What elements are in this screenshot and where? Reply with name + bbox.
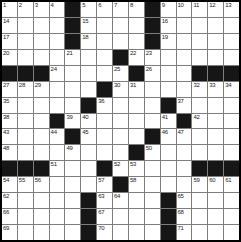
black-cell-r7c6 bbox=[81, 98, 96, 113]
clue-number-10: 10 bbox=[178, 2, 184, 9]
white-cell-r15c5[interactable] bbox=[65, 225, 80, 240]
clue-number-23: 23 bbox=[146, 50, 152, 57]
white-cell-r2c2[interactable] bbox=[18, 18, 33, 33]
white-cell-r5c11[interactable] bbox=[161, 66, 176, 81]
clue-number-67: 67 bbox=[98, 209, 104, 216]
black-cell-r7c11 bbox=[161, 98, 176, 113]
clue-number-30: 30 bbox=[114, 82, 120, 89]
white-cell-r15c13[interactable] bbox=[192, 225, 207, 240]
white-cell-r2c1[interactable]: 14 bbox=[2, 18, 17, 33]
white-cell-r11c9[interactable]: 53 bbox=[129, 161, 144, 176]
white-cell-r12c14[interactable]: 60 bbox=[208, 177, 223, 192]
white-cell-r1c1[interactable]: 1 bbox=[2, 2, 17, 17]
white-cell-r14c10[interactable] bbox=[145, 209, 160, 224]
white-cell-r6c4[interactable] bbox=[50, 82, 65, 97]
white-cell-r12c13[interactable]: 59 bbox=[192, 177, 207, 192]
clue-number-22: 22 bbox=[130, 50, 136, 57]
white-cell-r8c11[interactable]: 41 bbox=[161, 114, 176, 129]
clue-number-47: 47 bbox=[178, 129, 184, 136]
white-cell-r3c14[interactable] bbox=[208, 34, 223, 49]
clue-number-33: 33 bbox=[209, 82, 215, 89]
clue-number-46: 46 bbox=[162, 129, 168, 136]
white-cell-r11c6[interactable] bbox=[81, 161, 96, 176]
white-cell-r5c4[interactable]: 24 bbox=[50, 66, 65, 81]
clue-number-50: 50 bbox=[146, 145, 152, 152]
white-cell-r13c1[interactable]: 62 bbox=[2, 193, 17, 208]
white-cell-r10c8[interactable] bbox=[113, 145, 128, 160]
white-cell-r13c3[interactable] bbox=[34, 193, 49, 208]
white-cell-r7c2[interactable] bbox=[18, 98, 33, 113]
clue-number-54: 54 bbox=[3, 177, 9, 184]
white-cell-r8c9[interactable] bbox=[129, 114, 144, 129]
white-cell-r13c5[interactable] bbox=[65, 193, 80, 208]
white-cell-r13c15[interactable] bbox=[224, 193, 239, 208]
black-cell-r14c6 bbox=[81, 209, 96, 224]
white-cell-r1c2[interactable]: 2 bbox=[18, 2, 33, 17]
white-cell-r7c14[interactable] bbox=[208, 98, 223, 113]
white-cell-r8c14[interactable] bbox=[208, 114, 223, 129]
white-cell-r6c2[interactable]: 28 bbox=[18, 82, 33, 97]
white-cell-r8c5[interactable]: 39 bbox=[65, 114, 80, 129]
clue-number-28: 28 bbox=[19, 82, 25, 89]
black-cell-r1c5 bbox=[65, 2, 80, 17]
white-cell-r13c13[interactable] bbox=[192, 193, 207, 208]
white-cell-r8c13[interactable]: 42 bbox=[192, 114, 207, 129]
white-cell-r12c4[interactable] bbox=[50, 177, 65, 192]
clue-number-44: 44 bbox=[51, 129, 57, 136]
white-cell-r14c12[interactable]: 68 bbox=[177, 209, 192, 224]
clue-number-29: 29 bbox=[35, 82, 41, 89]
clue-number-20: 20 bbox=[3, 50, 9, 57]
clue-number-69: 69 bbox=[3, 225, 9, 232]
white-cell-r4c7[interactable] bbox=[97, 50, 112, 65]
black-cell-r11c7 bbox=[97, 161, 112, 176]
white-cell-r4c15[interactable] bbox=[224, 50, 239, 65]
white-cell-r7c15[interactable] bbox=[224, 98, 239, 113]
black-cell-r3c10 bbox=[145, 34, 160, 49]
white-cell-r9c13[interactable] bbox=[192, 129, 207, 144]
white-cell-r4c1[interactable]: 20 bbox=[2, 50, 17, 65]
white-cell-r7c7[interactable]: 36 bbox=[97, 98, 112, 113]
clue-number-70: 70 bbox=[98, 225, 104, 232]
white-cell-r2c4[interactable] bbox=[50, 18, 65, 33]
clue-number-39: 39 bbox=[66, 114, 72, 121]
white-cell-r3c1[interactable]: 17 bbox=[2, 34, 17, 49]
white-cell-r10c15[interactable] bbox=[224, 145, 239, 160]
white-cell-r7c13[interactable] bbox=[192, 98, 207, 113]
white-cell-r9c6[interactable]: 45 bbox=[81, 129, 96, 144]
white-cell-r3c11[interactable]: 19 bbox=[161, 34, 176, 49]
white-cell-r4c14[interactable] bbox=[208, 50, 223, 65]
white-cell-r4c11[interactable] bbox=[161, 50, 176, 65]
white-cell-r1c6[interactable]: 5 bbox=[81, 2, 96, 17]
white-cell-r4c10[interactable]: 23 bbox=[145, 50, 160, 65]
white-cell-r10c14[interactable] bbox=[208, 145, 223, 160]
white-cell-r12c9[interactable]: 58 bbox=[129, 177, 144, 192]
black-cell-r13c6 bbox=[81, 193, 96, 208]
black-cell-r2c10 bbox=[145, 18, 160, 33]
black-cell-r5c13 bbox=[192, 66, 207, 81]
white-cell-r14c9[interactable] bbox=[129, 209, 144, 224]
white-cell-r9c14[interactable] bbox=[208, 129, 223, 144]
black-cell-r6c7 bbox=[97, 82, 112, 97]
clue-number-24: 24 bbox=[51, 66, 57, 73]
clue-number-55: 55 bbox=[19, 177, 25, 184]
black-cell-r8c4 bbox=[50, 114, 65, 129]
black-cell-r5c14 bbox=[208, 66, 223, 81]
white-cell-r10c10[interactable]: 50 bbox=[145, 145, 160, 160]
clue-number-71: 71 bbox=[178, 225, 184, 232]
white-cell-r7c12[interactable]: 37 bbox=[177, 98, 192, 113]
white-cell-r13c8[interactable]: 64 bbox=[113, 193, 128, 208]
white-cell-r13c14[interactable] bbox=[208, 193, 223, 208]
white-cell-r2c12[interactable] bbox=[177, 18, 192, 33]
white-cell-r14c7[interactable]: 67 bbox=[97, 209, 112, 224]
white-cell-r11c5[interactable] bbox=[65, 161, 80, 176]
black-cell-r11c2 bbox=[18, 161, 33, 176]
clue-number-4: 4 bbox=[51, 2, 54, 9]
white-cell-r3c6[interactable]: 18 bbox=[81, 34, 96, 49]
white-cell-r5c12[interactable] bbox=[177, 66, 192, 81]
white-cell-r6c3[interactable]: 29 bbox=[34, 82, 49, 97]
white-cell-r11c8[interactable]: 52 bbox=[113, 161, 128, 176]
white-cell-r13c10[interactable] bbox=[145, 193, 160, 208]
clue-number-58: 58 bbox=[130, 177, 136, 184]
clue-number-43: 43 bbox=[3, 129, 9, 136]
white-cell-r5c7[interactable] bbox=[97, 66, 112, 81]
white-cell-r2c7[interactable] bbox=[97, 18, 112, 33]
black-cell-r8c12 bbox=[177, 114, 192, 129]
white-cell-r9c12[interactable]: 47 bbox=[177, 129, 192, 144]
white-cell-r9c11[interactable]: 46 bbox=[161, 129, 176, 144]
white-cell-r6c15[interactable]: 34 bbox=[224, 82, 239, 97]
clue-number-37: 37 bbox=[178, 98, 184, 105]
black-cell-r11c14 bbox=[208, 161, 223, 176]
white-cell-r10c5[interactable]: 49 bbox=[65, 145, 80, 160]
black-cell-r2c5 bbox=[65, 18, 80, 33]
white-cell-r14c14[interactable] bbox=[208, 209, 223, 224]
white-cell-r9c2[interactable] bbox=[18, 129, 33, 144]
white-cell-r13c12[interactable]: 65 bbox=[177, 193, 192, 208]
white-cell-r8c8[interactable] bbox=[113, 114, 128, 129]
clue-number-27: 27 bbox=[3, 82, 9, 89]
white-cell-r11c10[interactable] bbox=[145, 161, 160, 176]
white-cell-r2c11[interactable]: 16 bbox=[161, 18, 176, 33]
black-cell-r11c3 bbox=[34, 161, 49, 176]
white-cell-r10c11[interactable] bbox=[161, 145, 176, 160]
white-cell-r8c2[interactable] bbox=[18, 114, 33, 129]
white-cell-r10c3[interactable] bbox=[34, 145, 49, 160]
white-cell-r1c9[interactable]: 8 bbox=[129, 2, 144, 17]
white-cell-r14c5[interactable] bbox=[65, 209, 80, 224]
clue-number-60: 60 bbox=[209, 177, 215, 184]
clue-number-3: 3 bbox=[35, 2, 38, 9]
clue-number-52: 52 bbox=[114, 161, 120, 168]
white-cell-r14c4[interactable] bbox=[50, 209, 65, 224]
clue-number-8: 8 bbox=[130, 2, 133, 9]
white-cell-r3c15[interactable] bbox=[224, 34, 239, 49]
clue-number-41: 41 bbox=[162, 114, 168, 121]
white-cell-r15c14[interactable] bbox=[208, 225, 223, 240]
white-cell-r7c9[interactable] bbox=[129, 98, 144, 113]
clue-number-2: 2 bbox=[19, 2, 22, 9]
white-cell-r2c8[interactable] bbox=[113, 18, 128, 33]
clue-number-15: 15 bbox=[82, 18, 88, 25]
white-cell-r10c2[interactable] bbox=[18, 145, 33, 160]
white-cell-r2c9[interactable] bbox=[129, 18, 144, 33]
white-cell-r4c4[interactable] bbox=[50, 50, 65, 65]
white-cell-r15c4[interactable] bbox=[50, 225, 65, 240]
white-cell-r6c12[interactable] bbox=[177, 82, 192, 97]
white-cell-r6c13[interactable]: 32 bbox=[192, 82, 207, 97]
white-cell-r1c3[interactable]: 3 bbox=[34, 2, 49, 17]
white-cell-r7c10[interactable] bbox=[145, 98, 160, 113]
clue-number-5: 5 bbox=[82, 2, 85, 9]
clue-number-26: 26 bbox=[146, 66, 152, 73]
white-cell-r12c7[interactable]: 57 bbox=[97, 177, 112, 192]
white-cell-r9c7[interactable] bbox=[97, 129, 112, 144]
white-cell-r5c5[interactable] bbox=[65, 66, 80, 81]
white-cell-r5c6[interactable] bbox=[81, 66, 96, 81]
black-cell-r5c15 bbox=[224, 66, 239, 81]
white-cell-r3c7[interactable] bbox=[97, 34, 112, 49]
white-cell-r15c9[interactable] bbox=[129, 225, 144, 240]
white-cell-r14c15[interactable] bbox=[224, 209, 239, 224]
white-cell-r4c12[interactable] bbox=[177, 50, 192, 65]
clue-number-63: 63 bbox=[98, 193, 104, 200]
clue-number-31: 31 bbox=[130, 82, 136, 89]
clue-number-19: 19 bbox=[162, 34, 168, 41]
white-cell-r1c15[interactable]: 13 bbox=[224, 2, 239, 17]
black-cell-r5c3 bbox=[34, 66, 49, 81]
white-cell-r14c3[interactable] bbox=[34, 209, 49, 224]
clue-number-45: 45 bbox=[82, 129, 88, 136]
white-cell-r6c8[interactable]: 30 bbox=[113, 82, 128, 97]
white-cell-r6c6[interactable] bbox=[81, 82, 96, 97]
white-cell-r3c3[interactable] bbox=[34, 34, 49, 49]
clue-number-65: 65 bbox=[178, 193, 184, 200]
white-cell-r1c4[interactable]: 4 bbox=[50, 2, 65, 17]
white-cell-r4c2[interactable] bbox=[18, 50, 33, 65]
white-cell-r10c4[interactable] bbox=[50, 145, 65, 160]
white-cell-r14c2[interactable] bbox=[18, 209, 33, 224]
white-cell-r9c4[interactable]: 44 bbox=[50, 129, 65, 144]
white-cell-r4c5[interactable]: 21 bbox=[65, 50, 80, 65]
white-cell-r10c7[interactable] bbox=[97, 145, 112, 160]
white-cell-r15c15[interactable] bbox=[224, 225, 239, 240]
white-cell-r6c14[interactable]: 33 bbox=[208, 82, 223, 97]
clue-number-40: 40 bbox=[82, 114, 88, 121]
white-cell-r12c2[interactable]: 55 bbox=[18, 177, 33, 192]
white-cell-r3c9[interactable] bbox=[129, 34, 144, 49]
white-cell-r12c1[interactable]: 54 bbox=[2, 177, 17, 192]
white-cell-r15c2[interactable] bbox=[18, 225, 33, 240]
black-cell-r12c8 bbox=[113, 177, 128, 192]
white-cell-r7c8[interactable] bbox=[113, 98, 128, 113]
white-cell-r9c8[interactable] bbox=[113, 129, 128, 144]
clue-number-51: 51 bbox=[51, 161, 57, 168]
white-cell-r15c8[interactable] bbox=[113, 225, 128, 240]
white-cell-r8c15[interactable] bbox=[224, 114, 239, 129]
white-cell-r5c10[interactable]: 26 bbox=[145, 66, 160, 81]
white-cell-r6c1[interactable]: 27 bbox=[2, 82, 17, 97]
white-cell-r10c1[interactable]: 48 bbox=[2, 145, 17, 160]
white-cell-r7c4[interactable] bbox=[50, 98, 65, 113]
clue-number-49: 49 bbox=[66, 145, 72, 152]
clue-number-7: 7 bbox=[114, 2, 117, 9]
clue-number-18: 18 bbox=[82, 34, 88, 41]
black-cell-r13c11 bbox=[161, 193, 176, 208]
clue-number-64: 64 bbox=[114, 193, 120, 200]
white-cell-r13c9[interactable] bbox=[129, 193, 144, 208]
black-cell-r4c8 bbox=[113, 50, 128, 65]
clue-number-16: 16 bbox=[162, 18, 168, 25]
crossword-grid: 1234567891011121314151617181920212223242… bbox=[0, 0, 241, 242]
white-cell-r15c1[interactable]: 69 bbox=[2, 225, 17, 240]
white-cell-r12c6[interactable] bbox=[81, 177, 96, 192]
clue-number-56: 56 bbox=[35, 177, 41, 184]
white-cell-r7c1[interactable]: 35 bbox=[2, 98, 17, 113]
white-cell-r8c3[interactable] bbox=[34, 114, 49, 129]
white-cell-r6c5[interactable] bbox=[65, 82, 80, 97]
clue-number-36: 36 bbox=[98, 98, 104, 105]
white-cell-r3c2[interactable] bbox=[18, 34, 33, 49]
white-cell-r7c5[interactable] bbox=[65, 98, 80, 113]
white-cell-r8c6[interactable]: 40 bbox=[81, 114, 96, 129]
white-cell-r9c3[interactable] bbox=[34, 129, 49, 144]
white-cell-r9c1[interactable]: 43 bbox=[2, 129, 17, 144]
black-cell-r5c9 bbox=[129, 66, 144, 81]
clue-number-11: 11 bbox=[193, 2, 199, 9]
black-cell-r10c9 bbox=[129, 145, 144, 160]
black-cell-r11c1 bbox=[2, 161, 17, 176]
white-cell-r15c7[interactable]: 70 bbox=[97, 225, 112, 240]
clue-number-35: 35 bbox=[3, 98, 9, 105]
white-cell-r12c12[interactable] bbox=[177, 177, 192, 192]
white-cell-r3c8[interactable] bbox=[113, 34, 128, 49]
clue-number-14: 14 bbox=[3, 18, 9, 25]
white-cell-r8c1[interactable]: 38 bbox=[2, 114, 17, 129]
clue-number-48: 48 bbox=[3, 145, 9, 152]
clue-number-9: 9 bbox=[162, 2, 165, 9]
black-cell-r14c11 bbox=[161, 209, 176, 224]
white-cell-r6c9[interactable]: 31 bbox=[129, 82, 144, 97]
white-cell-r2c14[interactable] bbox=[208, 18, 223, 33]
white-cell-r14c13[interactable] bbox=[192, 209, 207, 224]
white-cell-r7c3[interactable] bbox=[34, 98, 49, 113]
white-cell-r14c1[interactable]: 66 bbox=[2, 209, 17, 224]
white-cell-r2c15[interactable] bbox=[224, 18, 239, 33]
black-cell-r5c2 bbox=[18, 66, 33, 81]
white-cell-r4c3[interactable] bbox=[34, 50, 49, 65]
white-cell-r1c11[interactable]: 9 bbox=[161, 2, 176, 17]
white-cell-r2c3[interactable] bbox=[34, 18, 49, 33]
clue-number-66: 66 bbox=[3, 209, 9, 216]
white-cell-r15c10[interactable] bbox=[145, 225, 160, 240]
white-cell-r8c10[interactable] bbox=[145, 114, 160, 129]
white-cell-r12c3[interactable]: 56 bbox=[34, 177, 49, 192]
white-cell-r2c6[interactable]: 15 bbox=[81, 18, 96, 33]
white-cell-r12c10[interactable] bbox=[145, 177, 160, 192]
black-cell-r15c6 bbox=[81, 225, 96, 240]
white-cell-r2c13[interactable] bbox=[192, 18, 207, 33]
white-cell-r3c4[interactable] bbox=[50, 34, 65, 49]
white-cell-r13c4[interactable] bbox=[50, 193, 65, 208]
white-cell-r1c12[interactable]: 10 bbox=[177, 2, 192, 17]
black-cell-r1c10 bbox=[145, 2, 160, 17]
white-cell-r4c9[interactable]: 22 bbox=[129, 50, 144, 65]
clue-number-17: 17 bbox=[3, 34, 9, 41]
white-cell-r5c8[interactable]: 25 bbox=[113, 66, 128, 81]
white-cell-r11c12[interactable] bbox=[177, 161, 192, 176]
white-cell-r15c3[interactable] bbox=[34, 225, 49, 240]
clue-number-59: 59 bbox=[193, 177, 199, 184]
clue-number-25: 25 bbox=[114, 66, 120, 73]
white-cell-r11c11[interactable] bbox=[161, 161, 176, 176]
white-cell-r12c11[interactable] bbox=[161, 177, 176, 192]
black-cell-r15c11 bbox=[161, 225, 176, 240]
clue-number-21: 21 bbox=[66, 50, 72, 57]
white-cell-r14c8[interactable] bbox=[113, 209, 128, 224]
white-cell-r6c10[interactable] bbox=[145, 82, 160, 97]
clue-number-61: 61 bbox=[225, 177, 231, 184]
black-cell-r9c10 bbox=[145, 129, 160, 144]
white-cell-r11c4[interactable]: 51 bbox=[50, 161, 65, 176]
clue-number-42: 42 bbox=[193, 114, 199, 121]
clue-number-6: 6 bbox=[98, 2, 101, 9]
clue-number-32: 32 bbox=[193, 82, 199, 89]
white-cell-r3c13[interactable] bbox=[192, 34, 207, 49]
white-cell-r10c13[interactable] bbox=[192, 145, 207, 160]
white-cell-r12c5[interactable] bbox=[65, 177, 80, 192]
white-cell-r4c6[interactable] bbox=[81, 50, 96, 65]
white-cell-r8c7[interactable] bbox=[97, 114, 112, 129]
white-cell-r15c12[interactable]: 71 bbox=[177, 225, 192, 240]
white-cell-r12c15[interactable]: 61 bbox=[224, 177, 239, 192]
black-cell-r11c15 bbox=[224, 161, 239, 176]
white-cell-r10c12[interactable] bbox=[177, 145, 192, 160]
white-cell-r1c14[interactable]: 12 bbox=[208, 2, 223, 17]
clue-number-62: 62 bbox=[3, 193, 9, 200]
clue-number-12: 12 bbox=[209, 2, 215, 9]
clue-number-57: 57 bbox=[98, 177, 104, 184]
clue-number-1: 1 bbox=[3, 2, 6, 9]
white-cell-r9c15[interactable] bbox=[224, 129, 239, 144]
white-cell-r1c7[interactable]: 6 bbox=[97, 2, 112, 17]
clue-number-68: 68 bbox=[178, 209, 184, 216]
white-cell-r13c2[interactable] bbox=[18, 193, 33, 208]
clue-number-53: 53 bbox=[130, 161, 136, 168]
white-cell-r1c8[interactable]: 7 bbox=[113, 2, 128, 17]
white-cell-r9c9[interactable] bbox=[129, 129, 144, 144]
black-cell-r5c1 bbox=[2, 66, 17, 81]
white-cell-r3c12[interactable] bbox=[177, 34, 192, 49]
white-cell-r13c7[interactable]: 63 bbox=[97, 193, 112, 208]
black-cell-r9c5 bbox=[65, 129, 80, 144]
clue-number-38: 38 bbox=[3, 114, 9, 121]
white-cell-r4c13[interactable] bbox=[192, 50, 207, 65]
white-cell-r1c13[interactable]: 11 bbox=[192, 2, 207, 17]
white-cell-r6c11[interactable] bbox=[161, 82, 176, 97]
black-cell-r3c5 bbox=[65, 34, 80, 49]
black-cell-r11c13 bbox=[192, 161, 207, 176]
white-cell-r10c6[interactable] bbox=[81, 145, 96, 160]
clue-number-34: 34 bbox=[225, 82, 231, 89]
clue-number-13: 13 bbox=[225, 2, 231, 9]
